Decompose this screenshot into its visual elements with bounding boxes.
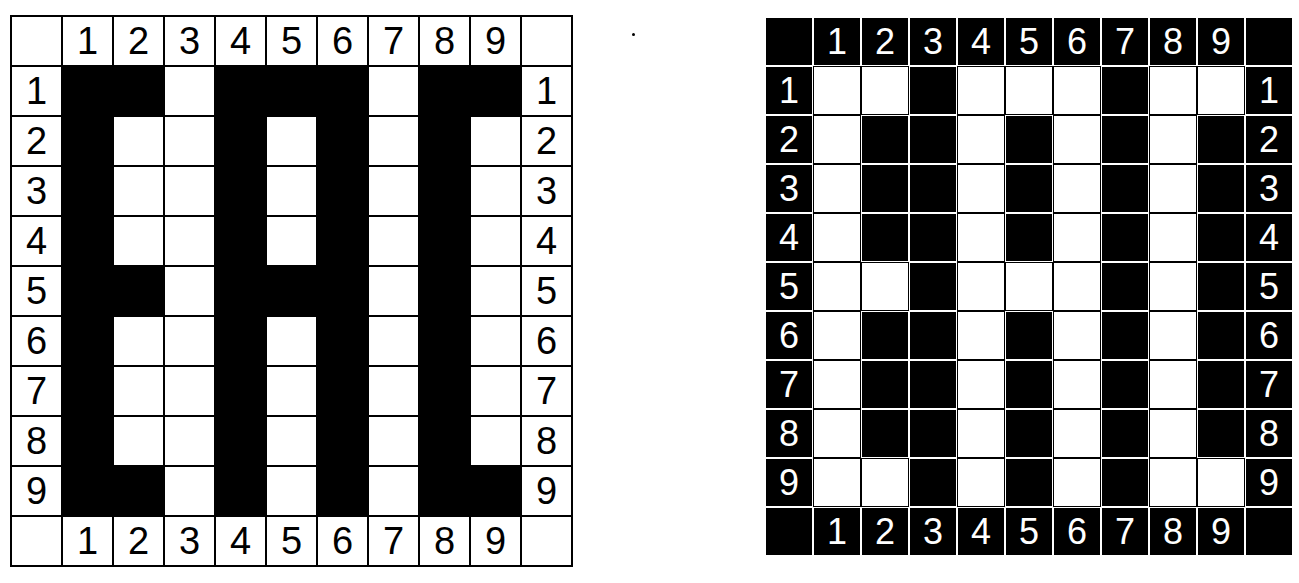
row-label-left-1: 1 — [765, 66, 813, 115]
col-label-top-7: 7 — [1101, 17, 1149, 66]
row-label-right-2: 2 — [1245, 115, 1293, 164]
cell-r1-c5[interactable] — [266, 66, 317, 116]
corner-top-right — [521, 16, 572, 66]
col-label-top-9: 9 — [1197, 17, 1245, 66]
cell-r2-c1[interactable] — [62, 116, 113, 166]
cell-r2-c1[interactable] — [813, 115, 861, 164]
cell-r9-c6[interactable] — [317, 466, 368, 516]
cell-r8-c4[interactable] — [957, 409, 1005, 458]
cell-r1-c8[interactable] — [419, 66, 470, 116]
cell-r6-c2[interactable] — [861, 311, 909, 360]
col-label-top-4: 4 — [957, 17, 1005, 66]
cell-r6-c4[interactable] — [215, 316, 266, 366]
col-label-bottom-8: 8 — [419, 516, 470, 566]
cell-r3-c2[interactable] — [861, 164, 909, 213]
cell-r4-c4[interactable] — [215, 216, 266, 266]
cell-r2-c4[interactable] — [957, 115, 1005, 164]
cell-r8-c6[interactable] — [1053, 409, 1101, 458]
cell-r7-c2[interactable] — [113, 366, 164, 416]
cell-r6-c8[interactable] — [419, 316, 470, 366]
cell-r3-c3[interactable] — [164, 166, 215, 216]
row-label-right-7: 7 — [521, 366, 572, 416]
cell-r4-c5[interactable] — [266, 216, 317, 266]
cell-r3-c6[interactable] — [317, 166, 368, 216]
col-label-bottom-8: 8 — [1149, 507, 1197, 556]
cell-r7-c1[interactable] — [62, 366, 113, 416]
col-label-top-5: 5 — [266, 16, 317, 66]
cell-r3-c3[interactable] — [909, 164, 957, 213]
col-label-top-5: 5 — [1005, 17, 1053, 66]
row-label-right-1: 1 — [521, 66, 572, 116]
cell-r8-c9[interactable] — [1197, 409, 1245, 458]
col-label-bottom-2: 2 — [113, 516, 164, 566]
cell-r2-c8[interactable] — [1149, 115, 1197, 164]
cell-r8-c5[interactable] — [266, 416, 317, 466]
col-label-top-9: 9 — [470, 16, 521, 66]
cell-r2-c4[interactable] — [215, 116, 266, 166]
cell-r9-c7[interactable] — [1101, 458, 1149, 507]
cell-r7-c1[interactable] — [813, 360, 861, 409]
cell-r1-c3[interactable] — [909, 66, 957, 115]
ink-speck-artifact — [632, 33, 635, 36]
cell-r8-c5[interactable] — [1005, 409, 1053, 458]
cell-r7-c2[interactable] — [861, 360, 909, 409]
cell-r5-c5[interactable] — [266, 266, 317, 316]
row-label-left-2: 2 — [765, 115, 813, 164]
row-label-right-3: 3 — [1245, 164, 1293, 213]
cell-r8-c3[interactable] — [909, 409, 957, 458]
cell-r9-c2[interactable] — [113, 466, 164, 516]
row-label-left-6: 6 — [765, 311, 813, 360]
row-label-right-9: 9 — [521, 466, 572, 516]
cell-r9-c6[interactable] — [1053, 458, 1101, 507]
col-label-bottom-5: 5 — [1005, 507, 1053, 556]
cell-r2-c6[interactable] — [317, 116, 368, 166]
row-label-right-2: 2 — [521, 116, 572, 166]
cell-r3-c2[interactable] — [113, 166, 164, 216]
corner-bottom-right — [1245, 507, 1293, 556]
col-label-bottom-7: 7 — [368, 516, 419, 566]
cell-r9-c8[interactable] — [1149, 458, 1197, 507]
cell-r5-c4[interactable] — [957, 262, 1005, 311]
corner-top-right — [1245, 17, 1293, 66]
corner-bottom-left — [11, 516, 62, 566]
cell-r4-c7[interactable] — [1101, 213, 1149, 262]
cell-r7-c6[interactable] — [317, 366, 368, 416]
cell-r4-c8[interactable] — [1149, 213, 1197, 262]
cell-r6-c7[interactable] — [368, 316, 419, 366]
cell-r2-c6[interactable] — [1053, 115, 1101, 164]
col-label-bottom-1: 1 — [62, 516, 113, 566]
cell-r9-c4[interactable] — [957, 458, 1005, 507]
cell-r3-c5[interactable] — [1005, 164, 1053, 213]
cell-r1-c2[interactable] — [113, 66, 164, 116]
row-label-left-2: 2 — [11, 116, 62, 166]
cell-r6-c1[interactable] — [62, 316, 113, 366]
cell-r8-c3[interactable] — [164, 416, 215, 466]
row-label-right-4: 4 — [521, 216, 572, 266]
cell-r7-c6[interactable] — [1053, 360, 1101, 409]
cell-r6-c8[interactable] — [1149, 311, 1197, 360]
cell-r9-c4[interactable] — [215, 466, 266, 516]
cell-r9-c2[interactable] — [861, 458, 909, 507]
col-label-bottom-1: 1 — [813, 507, 861, 556]
row-label-left-8: 8 — [765, 409, 813, 458]
cell-r6-c2[interactable] — [113, 316, 164, 366]
col-label-top-2: 2 — [113, 16, 164, 66]
cell-r1-c9[interactable] — [470, 66, 521, 116]
col-label-top-8: 8 — [419, 16, 470, 66]
cell-r7-c4[interactable] — [957, 360, 1005, 409]
cell-r3-c8[interactable] — [419, 166, 470, 216]
cell-r2-c3[interactable] — [909, 115, 957, 164]
cell-r3-c9[interactable] — [1197, 164, 1245, 213]
row-label-right-1: 1 — [1245, 66, 1293, 115]
cell-r4-c2[interactable] — [861, 213, 909, 262]
cell-r8-c9[interactable] — [470, 416, 521, 466]
cell-r6-c5[interactable] — [266, 316, 317, 366]
cell-r2-c7[interactable] — [1101, 115, 1149, 164]
cell-r4-c9[interactable] — [1197, 213, 1245, 262]
cell-r2-c8[interactable] — [419, 116, 470, 166]
cell-r9-c3[interactable] — [909, 458, 957, 507]
cell-r7-c8[interactable] — [1149, 360, 1197, 409]
cell-r9-c5[interactable] — [1005, 458, 1053, 507]
corner-top-left — [11, 16, 62, 66]
row-label-left-4: 4 — [11, 216, 62, 266]
cell-r2-c3[interactable] — [164, 116, 215, 166]
cell-r7-c9[interactable] — [1197, 360, 1245, 409]
cell-r5-c4[interactable] — [215, 266, 266, 316]
cell-r1-c8[interactable] — [1149, 66, 1197, 115]
cell-r2-c9[interactable] — [470, 116, 521, 166]
cell-r3-c1[interactable] — [62, 166, 113, 216]
cell-r6-c9[interactable] — [470, 316, 521, 366]
cell-r7-c3[interactable] — [909, 360, 957, 409]
cell-r7-c7[interactable] — [368, 366, 419, 416]
col-label-bottom-5: 5 — [266, 516, 317, 566]
cell-r4-c1[interactable] — [62, 216, 113, 266]
cell-r7-c4[interactable] — [215, 366, 266, 416]
cell-r9-c8[interactable] — [419, 466, 470, 516]
row-label-right-7: 7 — [1245, 360, 1293, 409]
cell-r3-c6[interactable] — [1053, 164, 1101, 213]
cell-r5-c7[interactable] — [1101, 262, 1149, 311]
cell-r8-c6[interactable] — [317, 416, 368, 466]
cell-r3-c4[interactable] — [215, 166, 266, 216]
cell-r4-c1[interactable] — [813, 213, 861, 262]
cell-r1-c4[interactable] — [215, 66, 266, 116]
cell-r7-c5[interactable] — [266, 366, 317, 416]
cell-r5-c6[interactable] — [1053, 262, 1101, 311]
right-grid: 123456789112233445566778899123456789 — [765, 17, 1293, 556]
cell-r1-c2[interactable] — [861, 66, 909, 115]
cell-r5-c8[interactable] — [419, 266, 470, 316]
cell-r8-c7[interactable] — [1101, 409, 1149, 458]
col-label-bottom-3: 3 — [909, 507, 957, 556]
cell-r6-c6[interactable] — [1053, 311, 1101, 360]
cell-r4-c9[interactable] — [470, 216, 521, 266]
cell-r5-c6[interactable] — [317, 266, 368, 316]
row-label-left-4: 4 — [765, 213, 813, 262]
cell-r9-c1[interactable] — [813, 458, 861, 507]
cell-r8-c8[interactable] — [419, 416, 470, 466]
cell-r4-c2[interactable] — [113, 216, 164, 266]
col-label-bottom-6: 6 — [1053, 507, 1101, 556]
cell-r1-c5[interactable] — [1005, 66, 1053, 115]
cell-r2-c7[interactable] — [368, 116, 419, 166]
cell-r5-c8[interactable] — [1149, 262, 1197, 311]
row-label-left-9: 9 — [11, 466, 62, 516]
cell-r5-c9[interactable] — [1197, 262, 1245, 311]
cell-r2-c2[interactable] — [861, 115, 909, 164]
cell-r4-c8[interactable] — [419, 216, 470, 266]
cell-r6-c3[interactable] — [164, 316, 215, 366]
col-label-top-7: 7 — [368, 16, 419, 66]
cell-r5-c2[interactable] — [113, 266, 164, 316]
row-label-left-3: 3 — [765, 164, 813, 213]
row-label-right-6: 6 — [1245, 311, 1293, 360]
cell-r1-c7[interactable] — [368, 66, 419, 116]
row-label-left-7: 7 — [765, 360, 813, 409]
cell-r2-c5[interactable] — [266, 116, 317, 166]
cell-r3-c4[interactable] — [957, 164, 1005, 213]
cell-r3-c7[interactable] — [368, 166, 419, 216]
cell-r9-c7[interactable] — [368, 466, 419, 516]
col-label-bottom-9: 9 — [1197, 507, 1245, 556]
col-label-bottom-4: 4 — [957, 507, 1005, 556]
cell-r2-c9[interactable] — [1197, 115, 1245, 164]
cell-r7-c5[interactable] — [1005, 360, 1053, 409]
cell-r2-c5[interactable] — [1005, 115, 1053, 164]
cell-r6-c5[interactable] — [1005, 311, 1053, 360]
col-label-top-1: 1 — [813, 17, 861, 66]
row-label-right-8: 8 — [521, 416, 572, 466]
cell-r5-c7[interactable] — [368, 266, 419, 316]
col-label-top-8: 8 — [1149, 17, 1197, 66]
col-label-bottom-4: 4 — [215, 516, 266, 566]
cell-r5-c3[interactable] — [164, 266, 215, 316]
col-label-top-4: 4 — [215, 16, 266, 66]
cell-r1-c1[interactable] — [813, 66, 861, 115]
row-label-left-1: 1 — [11, 66, 62, 116]
cell-r6-c4[interactable] — [957, 311, 1005, 360]
col-label-top-2: 2 — [861, 17, 909, 66]
cell-r9-c1[interactable] — [62, 466, 113, 516]
col-label-top-6: 6 — [1053, 17, 1101, 66]
cell-r5-c1[interactable] — [62, 266, 113, 316]
cell-r8-c1[interactable] — [62, 416, 113, 466]
row-label-left-7: 7 — [11, 366, 62, 416]
row-label-left-6: 6 — [11, 316, 62, 366]
cell-r9-c9[interactable] — [1197, 458, 1245, 507]
corner-bottom-left — [765, 507, 813, 556]
cell-r3-c8[interactable] — [1149, 164, 1197, 213]
cell-r7-c8[interactable] — [419, 366, 470, 416]
cell-r2-c2[interactable] — [113, 116, 164, 166]
cell-r8-c2[interactable] — [861, 409, 909, 458]
cell-r5-c9[interactable] — [470, 266, 521, 316]
cell-r4-c6[interactable] — [317, 216, 368, 266]
cell-r9-c5[interactable] — [266, 466, 317, 516]
col-label-bottom-6: 6 — [317, 516, 368, 566]
cell-r4-c7[interactable] — [368, 216, 419, 266]
col-label-top-3: 3 — [164, 16, 215, 66]
row-label-right-6: 6 — [521, 316, 572, 366]
corner-top-left — [765, 17, 813, 66]
cell-r4-c4[interactable] — [957, 213, 1005, 262]
row-label-right-5: 5 — [521, 266, 572, 316]
cell-r8-c2[interactable] — [113, 416, 164, 466]
cell-r5-c2[interactable] — [861, 262, 909, 311]
col-label-bottom-9: 9 — [470, 516, 521, 566]
col-label-bottom-3: 3 — [164, 516, 215, 566]
row-label-right-4: 4 — [1245, 213, 1293, 262]
row-label-right-3: 3 — [521, 166, 572, 216]
left-grid: 123456789112233445566778899123456789 — [10, 15, 573, 567]
cell-r8-c7[interactable] — [368, 416, 419, 466]
col-label-top-3: 3 — [909, 17, 957, 66]
cell-r3-c7[interactable] — [1101, 164, 1149, 213]
cell-r1-c1[interactable] — [62, 66, 113, 116]
cell-r6-c3[interactable] — [909, 311, 957, 360]
cell-r5-c1[interactable] — [813, 262, 861, 311]
row-label-left-3: 3 — [11, 166, 62, 216]
cell-r1-c6[interactable] — [317, 66, 368, 116]
cell-r4-c3[interactable] — [164, 216, 215, 266]
col-label-bottom-7: 7 — [1101, 507, 1149, 556]
cell-r6-c6[interactable] — [317, 316, 368, 366]
row-label-left-5: 5 — [11, 266, 62, 316]
col-label-top-1: 1 — [62, 16, 113, 66]
cell-r5-c5[interactable] — [1005, 262, 1053, 311]
col-label-top-6: 6 — [317, 16, 368, 66]
cell-r1-c4[interactable] — [957, 66, 1005, 115]
cell-r6-c9[interactable] — [1197, 311, 1245, 360]
cell-r4-c6[interactable] — [1053, 213, 1101, 262]
cell-r1-c9[interactable] — [1197, 66, 1245, 115]
cell-r3-c9[interactable] — [470, 166, 521, 216]
cell-r7-c3[interactable] — [164, 366, 215, 416]
cell-r8-c4[interactable] — [215, 416, 266, 466]
cell-r6-c1[interactable] — [813, 311, 861, 360]
cell-r7-c7[interactable] — [1101, 360, 1149, 409]
cell-r7-c9[interactable] — [470, 366, 521, 416]
cell-r3-c1[interactable] — [813, 164, 861, 213]
corner-bottom-right — [521, 516, 572, 566]
cell-r4-c3[interactable] — [909, 213, 957, 262]
cell-r6-c7[interactable] — [1101, 311, 1149, 360]
cell-r3-c5[interactable] — [266, 166, 317, 216]
row-label-right-9: 9 — [1245, 458, 1293, 507]
row-label-right-5: 5 — [1245, 262, 1293, 311]
row-label-left-5: 5 — [765, 262, 813, 311]
row-label-right-8: 8 — [1245, 409, 1293, 458]
cell-r1-c7[interactable] — [1101, 66, 1149, 115]
row-label-left-9: 9 — [765, 458, 813, 507]
col-label-bottom-2: 2 — [861, 507, 909, 556]
cell-r1-c6[interactable] — [1053, 66, 1101, 115]
cell-r5-c3[interactable] — [909, 262, 957, 311]
cell-r8-c1[interactable] — [813, 409, 861, 458]
cell-r9-c9[interactable] — [470, 466, 521, 516]
cell-r8-c8[interactable] — [1149, 409, 1197, 458]
cell-r9-c3[interactable] — [164, 466, 215, 516]
cell-r4-c5[interactable] — [1005, 213, 1053, 262]
cell-r1-c3[interactable] — [164, 66, 215, 116]
row-label-left-8: 8 — [11, 416, 62, 466]
